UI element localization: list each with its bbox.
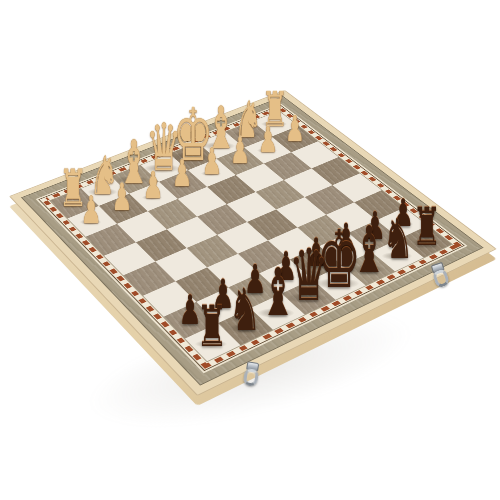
black-bishop: ♝ [259,260,296,326]
metal-clasp-front [238,360,264,393]
white-pawn: ♟ [285,111,305,147]
white-pawn: ♟ [201,144,221,181]
white-pawn: ♟ [142,168,163,205]
clasp-ring [243,368,259,387]
black-rook: ♜ [197,298,228,355]
clasp-ring [432,268,451,288]
white-pawn: ♟ [230,133,250,169]
white-pawn: ♟ [172,156,193,193]
white-pawn: ♟ [81,192,102,230]
black-knight: ♞ [383,212,414,267]
product-photo: ♜♞♝♛♚♝♞♜♟♟♟♟♟♟♟♟♟♟♟♟♟♟♟♟♜♞♝♛♚♝♞♜ [0,0,500,500]
black-knight: ♞ [229,282,261,340]
white-pawn: ♟ [258,122,278,158]
white-pawn: ♟ [112,180,133,218]
black-rook: ♜ [412,200,441,253]
